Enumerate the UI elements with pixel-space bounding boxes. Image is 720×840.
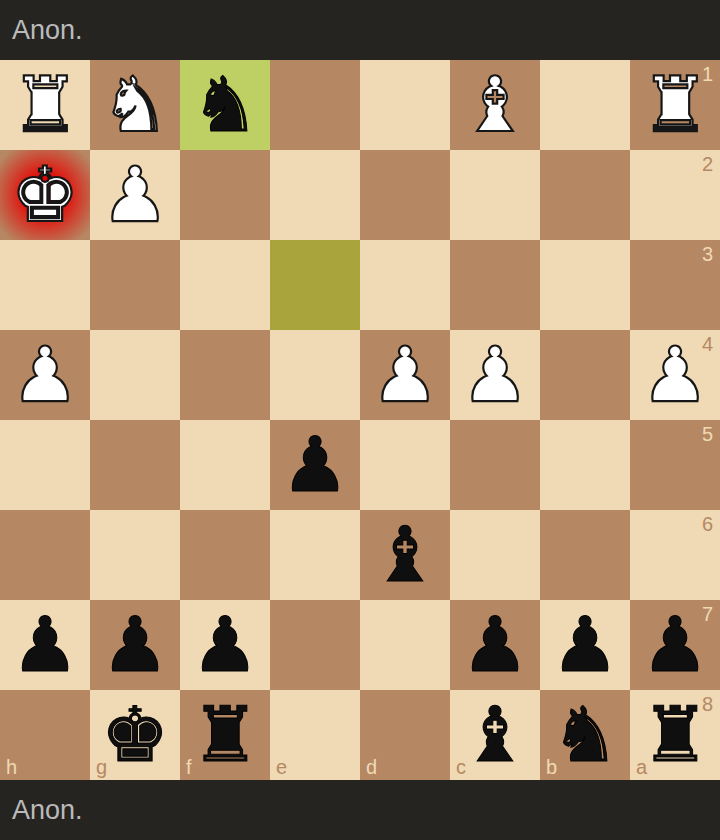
bottom-player-bar: Anon.: [0, 780, 720, 840]
black-pawn-piece[interactable]: ♟: [450, 600, 540, 690]
square-h4[interactable]: ♟: [0, 330, 90, 420]
square-e1[interactable]: [270, 60, 360, 150]
white-pawn-piece[interactable]: ♟: [630, 330, 720, 420]
square-b3[interactable]: [540, 240, 630, 330]
black-pawn-piece[interactable]: ♟: [90, 600, 180, 690]
black-king-piece[interactable]: ♚: [90, 690, 180, 780]
white-bishop-piece[interactable]: ♝: [450, 60, 540, 150]
square-c8[interactable]: ♝c: [450, 690, 540, 780]
black-bishop-piece[interactable]: ♝: [360, 510, 450, 600]
chess-board[interactable]: ♜♞♞♝♜1♚♟23♟♟♟♟4♟5♝6♟♟♟♟♟♟7h♚g♜fed♝c♞b♜a8: [0, 60, 720, 780]
top-player-name: Anon.: [12, 15, 83, 46]
file-label-d: d: [366, 757, 377, 777]
square-a5[interactable]: 5: [630, 420, 720, 510]
black-knight-piece[interactable]: ♞: [540, 690, 630, 780]
black-pawn-piece[interactable]: ♟: [630, 600, 720, 690]
square-a2[interactable]: 2: [630, 150, 720, 240]
black-pawn-piece[interactable]: ♟: [0, 600, 90, 690]
square-d5[interactable]: [360, 420, 450, 510]
square-c7[interactable]: ♟: [450, 600, 540, 690]
rank-label-3: 3: [702, 244, 713, 264]
top-player-bar: Anon.: [0, 0, 720, 60]
square-d3[interactable]: [360, 240, 450, 330]
square-e3[interactable]: [270, 240, 360, 330]
white-pawn-piece[interactable]: ♟: [0, 330, 90, 420]
square-g7[interactable]: ♟: [90, 600, 180, 690]
square-a4[interactable]: ♟4: [630, 330, 720, 420]
square-d6[interactable]: ♝: [360, 510, 450, 600]
square-a1[interactable]: ♜1: [630, 60, 720, 150]
square-e7[interactable]: [270, 600, 360, 690]
square-c3[interactable]: [450, 240, 540, 330]
square-a7[interactable]: ♟7: [630, 600, 720, 690]
rank-label-2: 2: [702, 154, 713, 174]
square-e5[interactable]: ♟: [270, 420, 360, 510]
square-a6[interactable]: 6: [630, 510, 720, 600]
black-rook-piece[interactable]: ♜: [630, 690, 720, 780]
black-pawn-piece[interactable]: ♟: [270, 420, 360, 510]
square-e6[interactable]: [270, 510, 360, 600]
square-f1[interactable]: ♞: [180, 60, 270, 150]
square-f7[interactable]: ♟: [180, 600, 270, 690]
square-f6[interactable]: [180, 510, 270, 600]
white-pawn-piece[interactable]: ♟: [90, 150, 180, 240]
square-c6[interactable]: [450, 510, 540, 600]
black-bishop-piece[interactable]: ♝: [450, 690, 540, 780]
square-h6[interactable]: [0, 510, 90, 600]
square-f5[interactable]: [180, 420, 270, 510]
square-b7[interactable]: ♟: [540, 600, 630, 690]
square-b1[interactable]: [540, 60, 630, 150]
square-f4[interactable]: [180, 330, 270, 420]
square-g8[interactable]: ♚g: [90, 690, 180, 780]
square-h2[interactable]: ♚: [0, 150, 90, 240]
bottom-player-name: Anon.: [12, 795, 83, 826]
square-h7[interactable]: ♟: [0, 600, 90, 690]
black-pawn-piece[interactable]: ♟: [540, 600, 630, 690]
square-d1[interactable]: [360, 60, 450, 150]
square-f8[interactable]: ♜f: [180, 690, 270, 780]
white-rook-piece[interactable]: ♜: [630, 60, 720, 150]
black-rook-piece[interactable]: ♜: [180, 690, 270, 780]
square-d7[interactable]: [360, 600, 450, 690]
white-rook-piece[interactable]: ♜: [0, 60, 90, 150]
square-h1[interactable]: ♜: [0, 60, 90, 150]
square-e8[interactable]: e: [270, 690, 360, 780]
file-label-e: e: [276, 757, 287, 777]
square-e4[interactable]: [270, 330, 360, 420]
square-d8[interactable]: d: [360, 690, 450, 780]
square-c4[interactable]: ♟: [450, 330, 540, 420]
square-d2[interactable]: [360, 150, 450, 240]
square-c1[interactable]: ♝: [450, 60, 540, 150]
file-label-h: h: [6, 757, 17, 777]
square-b2[interactable]: [540, 150, 630, 240]
square-d4[interactable]: ♟: [360, 330, 450, 420]
square-c2[interactable]: [450, 150, 540, 240]
square-f2[interactable]: [180, 150, 270, 240]
square-a3[interactable]: 3: [630, 240, 720, 330]
square-b6[interactable]: [540, 510, 630, 600]
square-g5[interactable]: [90, 420, 180, 510]
square-b8[interactable]: ♞b: [540, 690, 630, 780]
black-knight-piece[interactable]: ♞: [180, 60, 270, 150]
white-pawn-piece[interactable]: ♟: [450, 330, 540, 420]
square-b4[interactable]: [540, 330, 630, 420]
black-pawn-piece[interactable]: ♟: [180, 600, 270, 690]
square-a8[interactable]: ♜a8: [630, 690, 720, 780]
square-g2[interactable]: ♟: [90, 150, 180, 240]
square-c5[interactable]: [450, 420, 540, 510]
rank-label-6: 6: [702, 514, 713, 534]
white-king-piece[interactable]: ♚: [0, 150, 90, 240]
white-knight-piece[interactable]: ♞: [90, 60, 180, 150]
white-pawn-piece[interactable]: ♟: [360, 330, 450, 420]
square-f3[interactable]: [180, 240, 270, 330]
square-g3[interactable]: [90, 240, 180, 330]
square-h5[interactable]: [0, 420, 90, 510]
square-h8[interactable]: h: [0, 690, 90, 780]
square-g1[interactable]: ♞: [90, 60, 180, 150]
square-h3[interactable]: [0, 240, 90, 330]
square-g4[interactable]: [90, 330, 180, 420]
square-b5[interactable]: [540, 420, 630, 510]
rank-label-5: 5: [702, 424, 713, 444]
square-e2[interactable]: [270, 150, 360, 240]
square-g6[interactable]: [90, 510, 180, 600]
